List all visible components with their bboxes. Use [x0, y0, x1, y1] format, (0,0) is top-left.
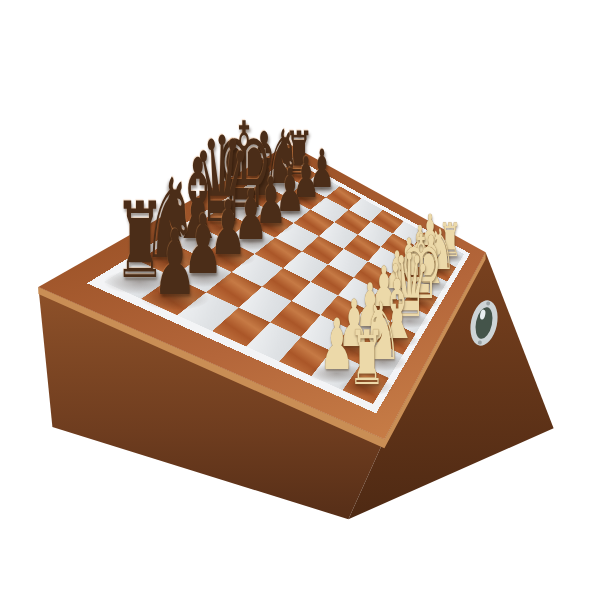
chess-box-product-photo: ♜♞♟♝♟♚♟♟♛♟♝♟♜♟♟♞♞♟♟♜♝♟♟♚♟♛♟♝♟♞♟♜: [0, 0, 600, 600]
